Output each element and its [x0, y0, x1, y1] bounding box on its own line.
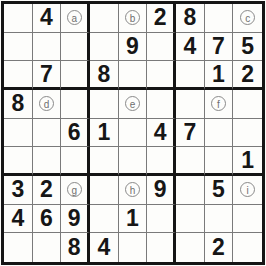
cell-r6c5[interactable]: [119, 147, 148, 176]
sudoku-board: 4ab28c947578128def6147132gh95i4691842: [1, 1, 265, 265]
cell-r9c4[interactable]: 4: [90, 233, 119, 262]
cell-r3c5[interactable]: [119, 61, 148, 90]
given-digit: 6: [40, 207, 53, 230]
cell-r8c6[interactable]: [147, 205, 176, 234]
cell-r4c2[interactable]: d: [33, 90, 62, 119]
cell-r5c8[interactable]: [205, 119, 234, 148]
cell-r1c5[interactable]: b: [119, 4, 148, 33]
cell-r1c8[interactable]: [205, 4, 234, 33]
cell-r3c7[interactable]: [176, 61, 205, 90]
cell-r5c7[interactable]: 7: [176, 119, 205, 148]
circled-letter-h: h: [125, 182, 140, 197]
cell-r7c1[interactable]: 3: [4, 176, 33, 205]
given-digit: 9: [154, 178, 167, 201]
cell-r8c5[interactable]: 1: [119, 205, 148, 234]
cell-r7c4[interactable]: [90, 176, 119, 205]
cell-r5c5[interactable]: [119, 119, 148, 148]
cell-r1c9[interactable]: c: [233, 4, 262, 33]
cell-r3c3[interactable]: [61, 61, 90, 90]
given-digit: 2: [241, 63, 254, 86]
circled-letter-c: c: [240, 10, 255, 25]
cell-r9c7[interactable]: [176, 233, 205, 262]
sudoku-page: 4ab28c947578128def6147132gh95i4691842: [0, 0, 266, 266]
cell-r6c1[interactable]: [4, 147, 33, 176]
cell-r9c3[interactable]: 8: [61, 233, 90, 262]
cell-r4c6[interactable]: [147, 90, 176, 119]
cell-r6c7[interactable]: [176, 147, 205, 176]
cell-r2c6[interactable]: [147, 33, 176, 62]
given-digit: 4: [40, 6, 53, 29]
given-digit: 9: [126, 35, 139, 58]
cell-r1c7[interactable]: 8: [176, 4, 205, 33]
given-digit: 4: [183, 35, 196, 58]
cell-r8c8[interactable]: [205, 205, 234, 234]
cell-r5c2[interactable]: [33, 119, 62, 148]
circled-letter-d: d: [39, 96, 54, 111]
given-digit: 1: [212, 63, 225, 86]
cell-r2c8[interactable]: 7: [205, 33, 234, 62]
cell-r3c6[interactable]: [147, 61, 176, 90]
circled-letter-b: b: [125, 10, 140, 25]
cell-r4c4[interactable]: [90, 90, 119, 119]
cell-r5c9[interactable]: [233, 119, 262, 148]
cell-r7c9[interactable]: i: [233, 176, 262, 205]
given-digit: 8: [97, 63, 110, 86]
cell-r5c6[interactable]: 4: [147, 119, 176, 148]
given-digit: 2: [154, 6, 167, 29]
cell-r8c9[interactable]: [233, 205, 262, 234]
circled-letter-a: a: [67, 10, 82, 25]
cell-r2c2[interactable]: [33, 33, 62, 62]
cell-r9c5[interactable]: [119, 233, 148, 262]
cell-r2c3[interactable]: [61, 33, 90, 62]
cell-r5c4[interactable]: 1: [90, 119, 119, 148]
cell-r8c2[interactable]: 6: [33, 205, 62, 234]
circled-letter-i: i: [240, 182, 255, 197]
circled-letter-f: f: [211, 96, 226, 111]
given-digit: 7: [212, 35, 225, 58]
given-digit: 8: [11, 92, 24, 115]
given-digit: 6: [68, 121, 81, 144]
cell-r2c7[interactable]: 4: [176, 33, 205, 62]
cell-r3c4[interactable]: 8: [90, 61, 119, 90]
given-digit: 9: [68, 207, 81, 230]
cell-r8c1[interactable]: 4: [4, 205, 33, 234]
given-digit: 2: [40, 178, 53, 201]
given-digit: 1: [241, 149, 254, 172]
cell-r7c7[interactable]: [176, 176, 205, 205]
cell-r9c8[interactable]: 2: [205, 233, 234, 262]
cell-r2c1[interactable]: [4, 33, 33, 62]
cell-r6c8[interactable]: [205, 147, 234, 176]
cell-r1c3[interactable]: a: [61, 4, 90, 33]
cell-r1c2[interactable]: 4: [33, 4, 62, 33]
given-digit: 4: [154, 121, 167, 144]
circled-letter-g: g: [67, 182, 82, 197]
cell-r4c9[interactable]: [233, 90, 262, 119]
cell-r8c7[interactable]: [176, 205, 205, 234]
cell-r1c1[interactable]: [4, 4, 33, 33]
cell-r9c1[interactable]: [4, 233, 33, 262]
cell-r7c5[interactable]: h: [119, 176, 148, 205]
cell-r6c6[interactable]: [147, 147, 176, 176]
cell-r4c5[interactable]: e: [119, 90, 148, 119]
cell-r4c8[interactable]: f: [205, 90, 234, 119]
cell-r7c3[interactable]: g: [61, 176, 90, 205]
cell-r9c9[interactable]: [233, 233, 262, 262]
cell-r3c8[interactable]: 1: [205, 61, 234, 90]
cell-r1c6[interactable]: 2: [147, 4, 176, 33]
cell-r7c2[interactable]: 2: [33, 176, 62, 205]
cell-r6c4[interactable]: [90, 147, 119, 176]
cell-r4c7[interactable]: [176, 90, 205, 119]
cell-r4c1[interactable]: 8: [4, 90, 33, 119]
given-digit: 4: [11, 207, 24, 230]
cell-r7c6[interactable]: 9: [147, 176, 176, 205]
given-digit: 5: [241, 35, 254, 58]
given-digit: 8: [183, 6, 196, 29]
cell-r8c4[interactable]: [90, 205, 119, 234]
cell-r5c3[interactable]: 6: [61, 119, 90, 148]
cell-r8c3[interactable]: 9: [61, 205, 90, 234]
given-digit: 7: [183, 121, 196, 144]
given-digit: 8: [68, 236, 81, 259]
cell-r5c1[interactable]: [4, 119, 33, 148]
cell-r3c2[interactable]: 7: [33, 61, 62, 90]
cell-r6c3[interactable]: [61, 147, 90, 176]
cell-r2c9[interactable]: 5: [233, 33, 262, 62]
given-digit: 7: [40, 63, 53, 86]
given-digit: 1: [126, 207, 139, 230]
cell-r3c9[interactable]: 2: [233, 61, 262, 90]
cell-r6c2[interactable]: [33, 147, 62, 176]
circled-letter-e: e: [125, 96, 140, 111]
cell-r7c8[interactable]: 5: [205, 176, 234, 205]
cell-r9c6[interactable]: [147, 233, 176, 262]
cell-r2c5[interactable]: 9: [119, 33, 148, 62]
given-digit: 4: [97, 236, 110, 259]
cell-r2c4[interactable]: [90, 33, 119, 62]
cell-r1c4[interactable]: [90, 4, 119, 33]
cell-r6c9[interactable]: 1: [233, 147, 262, 176]
cell-r9c2[interactable]: [33, 233, 62, 262]
given-digit: 2: [212, 236, 225, 259]
given-digit: 1: [97, 121, 110, 144]
given-digit: 3: [11, 178, 24, 201]
given-digit: 5: [212, 178, 225, 201]
cell-r4c3[interactable]: [61, 90, 90, 119]
cell-r3c1[interactable]: [4, 61, 33, 90]
